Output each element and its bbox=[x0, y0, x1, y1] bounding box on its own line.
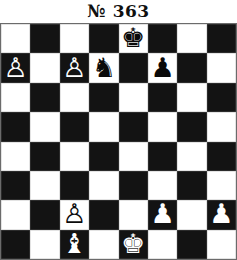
square-d7[interactable]: ♞ bbox=[89, 53, 118, 82]
square-e7[interactable] bbox=[119, 53, 148, 82]
square-f1[interactable] bbox=[148, 230, 177, 259]
square-a3[interactable] bbox=[1, 171, 30, 200]
square-b8[interactable] bbox=[30, 24, 59, 53]
white-pawn-piece: ♟ bbox=[209, 200, 233, 227]
square-c7[interactable]: ♙ bbox=[60, 53, 89, 82]
square-e2[interactable] bbox=[119, 200, 148, 229]
square-h2[interactable]: ♟ bbox=[207, 200, 236, 229]
square-d6[interactable] bbox=[89, 83, 118, 112]
white-pawn-piece: ♙ bbox=[62, 200, 86, 227]
black-pawn-piece: ♙ bbox=[4, 54, 28, 81]
square-h5[interactable] bbox=[207, 112, 236, 141]
square-g5[interactable] bbox=[177, 112, 206, 141]
square-d8[interactable] bbox=[89, 24, 118, 53]
square-e4[interactable] bbox=[119, 142, 148, 171]
black-knight-piece: ♞ bbox=[92, 54, 116, 81]
black-king-piece: ♚ bbox=[121, 24, 145, 51]
square-f5[interactable] bbox=[148, 112, 177, 141]
square-b1[interactable] bbox=[30, 230, 59, 259]
square-c4[interactable] bbox=[60, 142, 89, 171]
white-king-piece: ♚ bbox=[121, 230, 145, 257]
square-h3[interactable] bbox=[207, 171, 236, 200]
square-b6[interactable] bbox=[30, 83, 59, 112]
white-bishop-piece: ♝ bbox=[62, 230, 86, 257]
square-a7[interactable]: ♙ bbox=[1, 53, 30, 82]
square-g3[interactable] bbox=[177, 171, 206, 200]
square-f8[interactable] bbox=[148, 24, 177, 53]
square-g6[interactable] bbox=[177, 83, 206, 112]
white-pawn-piece: ♟ bbox=[150, 200, 174, 227]
square-g1[interactable] bbox=[177, 230, 206, 259]
square-e5[interactable] bbox=[119, 112, 148, 141]
square-f2[interactable]: ♟ bbox=[148, 200, 177, 229]
square-b4[interactable] bbox=[30, 142, 59, 171]
square-h1[interactable] bbox=[207, 230, 236, 259]
square-e1[interactable]: ♚ bbox=[119, 230, 148, 259]
square-d4[interactable] bbox=[89, 142, 118, 171]
chess-diagram-page: № 363 ♚♙♙♞♟♙♟♟♝♚ bbox=[0, 0, 237, 260]
chess-board: ♚♙♙♞♟♙♟♟♝♚ bbox=[0, 23, 237, 260]
square-d1[interactable] bbox=[89, 230, 118, 259]
square-a2[interactable] bbox=[1, 200, 30, 229]
square-g8[interactable] bbox=[177, 24, 206, 53]
square-c1[interactable]: ♝ bbox=[60, 230, 89, 259]
black-pawn-piece: ♙ bbox=[62, 54, 86, 81]
square-b7[interactable] bbox=[30, 53, 59, 82]
square-a5[interactable] bbox=[1, 112, 30, 141]
square-d2[interactable] bbox=[89, 200, 118, 229]
square-a6[interactable] bbox=[1, 83, 30, 112]
square-b5[interactable] bbox=[30, 112, 59, 141]
square-a8[interactable] bbox=[1, 24, 30, 53]
square-e3[interactable] bbox=[119, 171, 148, 200]
square-e6[interactable] bbox=[119, 83, 148, 112]
square-f4[interactable] bbox=[148, 142, 177, 171]
square-e8[interactable]: ♚ bbox=[119, 24, 148, 53]
square-a4[interactable] bbox=[1, 142, 30, 171]
puzzle-number-title: № 363 bbox=[0, 0, 237, 23]
square-c6[interactable] bbox=[60, 83, 89, 112]
square-f6[interactable] bbox=[148, 83, 177, 112]
square-b2[interactable] bbox=[30, 200, 59, 229]
square-f3[interactable] bbox=[148, 171, 177, 200]
square-b3[interactable] bbox=[30, 171, 59, 200]
square-c8[interactable] bbox=[60, 24, 89, 53]
square-d3[interactable] bbox=[89, 171, 118, 200]
square-g2[interactable] bbox=[177, 200, 206, 229]
square-a1[interactable] bbox=[1, 230, 30, 259]
square-c3[interactable] bbox=[60, 171, 89, 200]
square-g7[interactable] bbox=[177, 53, 206, 82]
square-h4[interactable] bbox=[207, 142, 236, 171]
square-h7[interactable] bbox=[207, 53, 236, 82]
square-h8[interactable] bbox=[207, 24, 236, 53]
square-h6[interactable] bbox=[207, 83, 236, 112]
square-d5[interactable] bbox=[89, 112, 118, 141]
square-c2[interactable]: ♙ bbox=[60, 200, 89, 229]
black-pawn-piece: ♟ bbox=[150, 54, 174, 81]
square-f7[interactable]: ♟ bbox=[148, 53, 177, 82]
square-c5[interactable] bbox=[60, 112, 89, 141]
square-g4[interactable] bbox=[177, 142, 206, 171]
